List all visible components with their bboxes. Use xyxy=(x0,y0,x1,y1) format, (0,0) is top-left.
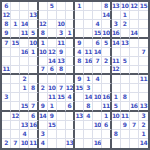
cell-r3c6[interactable] xyxy=(48,20,57,29)
cell-r5c9-given[interactable]: 9 xyxy=(75,39,84,48)
cell-r2c14-given[interactable]: 1 xyxy=(121,11,130,20)
cell-r15c1[interactable] xyxy=(2,130,11,139)
cell-r15c14[interactable] xyxy=(121,130,130,139)
cell-r16c6[interactable] xyxy=(48,139,57,148)
cell-r5c4-given[interactable]: 10 xyxy=(29,39,38,48)
cell-r4c7-given[interactable]: 3 xyxy=(57,29,66,38)
cell-r6c10-given[interactable]: 11 xyxy=(84,48,93,57)
cell-r14c6-given[interactable]: 15 xyxy=(48,121,57,130)
cell-r9c16-given[interactable]: 11 xyxy=(139,75,148,84)
sudoku-board: 6518131012151213141811412104329115831151… xyxy=(0,0,150,150)
cell-r12c1[interactable] xyxy=(2,102,11,111)
cell-r2c16[interactable] xyxy=(139,11,148,20)
cell-r6c14[interactable] xyxy=(121,48,130,57)
cell-r5c7-given[interactable]: 11 xyxy=(57,39,66,48)
cell-r12c5-given[interactable]: 9 xyxy=(39,102,48,111)
cell-r6c7-given[interactable]: 9 xyxy=(57,48,66,57)
cell-r6c2[interactable] xyxy=(11,48,20,57)
cell-r10c2[interactable] xyxy=(11,84,20,93)
cell-r8c5-given[interactable]: 7 xyxy=(39,66,48,75)
cell-r2c4-given[interactable]: 13 xyxy=(29,11,38,20)
cell-r1c12-given[interactable]: 8 xyxy=(102,2,111,11)
cell-r16c11-given[interactable]: 16 xyxy=(93,139,102,148)
cell-r6c8[interactable] xyxy=(66,48,75,57)
cell-r1c2[interactable] xyxy=(11,2,20,11)
cell-r15c9[interactable] xyxy=(75,130,84,139)
cell-r9c10-given[interactable]: 1 xyxy=(84,75,93,84)
cell-r15c12[interactable] xyxy=(102,130,111,139)
cell-r15c3-given[interactable]: 4 xyxy=(20,130,29,139)
cell-r8c2[interactable] xyxy=(11,66,20,75)
cell-r10c8-given[interactable]: 12 xyxy=(66,84,75,93)
cell-r4c10[interactable] xyxy=(84,29,93,38)
cell-r7c14-given[interactable]: 5 xyxy=(121,57,130,66)
cell-r13c2-given[interactable]: 12 xyxy=(11,112,20,121)
cell-r14c4-given[interactable]: 16 xyxy=(29,121,38,130)
cell-r6c4-given[interactable]: 1 xyxy=(29,48,38,57)
cell-r11c1-given[interactable]: 3 xyxy=(2,93,11,102)
cell-r11c2[interactable] xyxy=(11,93,20,102)
cell-r5c15[interactable] xyxy=(130,39,139,48)
cell-r13c15[interactable] xyxy=(130,112,139,121)
cell-r11c4[interactable] xyxy=(29,93,38,102)
cell-r1c16-given[interactable]: 15 xyxy=(139,2,148,11)
cell-r2c5[interactable] xyxy=(39,11,48,20)
cell-r7c1[interactable] xyxy=(2,57,11,66)
cell-r6c9-given[interactable]: 4 xyxy=(75,48,84,57)
cell-r14c15-given[interactable]: 7 xyxy=(130,121,139,130)
cell-r12c10-given[interactable]: 8 xyxy=(84,102,93,111)
cell-r10c16[interactable] xyxy=(139,84,148,93)
cell-r3c13-given[interactable]: 3 xyxy=(112,20,121,29)
cell-r16c4-given[interactable]: 11 xyxy=(29,139,38,148)
cell-r1c8[interactable] xyxy=(66,2,75,11)
cell-r10c9-given[interactable]: 15 xyxy=(75,84,84,93)
cell-r12c14[interactable] xyxy=(121,102,130,111)
cell-r2c11[interactable] xyxy=(93,11,102,20)
cell-r4c16[interactable] xyxy=(139,29,148,38)
cell-r6c12[interactable] xyxy=(102,48,111,57)
cell-r8c1-given[interactable]: 11 xyxy=(2,66,11,75)
cell-r6c1[interactable] xyxy=(2,48,11,57)
cell-r3c16[interactable] xyxy=(139,20,148,29)
cell-r16c15[interactable] xyxy=(130,139,139,148)
cell-r6c5-given[interactable]: 10 xyxy=(39,48,48,57)
cell-r1c14-given[interactable]: 10 xyxy=(121,2,130,11)
cell-r15c11[interactable] xyxy=(93,130,102,139)
cell-r1c11[interactable] xyxy=(93,2,102,11)
cell-r12c4-given[interactable]: 7 xyxy=(29,102,38,111)
cell-r13c8[interactable] xyxy=(66,112,75,121)
cell-r15c10[interactable] xyxy=(84,130,93,139)
cell-r6c3-given[interactable]: 16 xyxy=(20,48,29,57)
cell-r9c8[interactable] xyxy=(66,75,75,84)
cell-r3c1-given[interactable]: 8 xyxy=(2,20,11,29)
cell-r7c13-given[interactable]: 11 xyxy=(112,57,121,66)
cell-r4c2[interactable] xyxy=(11,29,20,38)
cell-r10c11[interactable] xyxy=(93,84,102,93)
cell-r10c10-given[interactable]: 3 xyxy=(84,84,93,93)
cell-r3c7-given[interactable]: 10 xyxy=(57,20,66,29)
cell-r4c4-given[interactable]: 5 xyxy=(29,29,38,38)
cell-r2c10[interactable] xyxy=(84,11,93,20)
cell-r11c11-given[interactable]: 10 xyxy=(93,93,102,102)
cell-r6c13[interactable] xyxy=(112,48,121,57)
cell-r12c3-given[interactable]: 15 xyxy=(20,102,29,111)
cell-r8c4[interactable] xyxy=(29,66,38,75)
cell-r12c2[interactable] xyxy=(11,102,20,111)
cell-r14c12-given[interactable]: 6 xyxy=(102,121,111,130)
cell-r14c13[interactable] xyxy=(112,121,121,130)
cell-r13c12-given[interactable]: 1 xyxy=(102,112,111,121)
cell-r12c8-given[interactable]: 6 xyxy=(66,102,75,111)
cell-r5c3[interactable] xyxy=(20,39,29,48)
cell-r12c12-given[interactable]: 11 xyxy=(102,102,111,111)
cell-r1c9-given[interactable]: 1 xyxy=(75,2,84,11)
cell-r3c3-given[interactable]: 14 xyxy=(20,20,29,29)
cell-r7c5[interactable] xyxy=(39,57,48,66)
cell-r4c9[interactable] xyxy=(75,29,84,38)
cell-r12c6-given[interactable]: 1 xyxy=(48,102,57,111)
cell-r1c15-given[interactable]: 12 xyxy=(130,2,139,11)
cell-r16c7[interactable] xyxy=(57,139,66,148)
cell-r3c4[interactable] xyxy=(29,20,38,29)
cell-r14c1[interactable] xyxy=(2,121,11,130)
cell-r7c2[interactable] xyxy=(11,57,20,66)
cell-r5c8[interactable] xyxy=(66,39,75,48)
cell-r14c2[interactable] xyxy=(11,121,20,130)
cell-r2c9[interactable] xyxy=(75,11,84,20)
cell-r10c3-given[interactable]: 1 xyxy=(20,84,29,93)
cell-r9c1[interactable] xyxy=(2,75,11,84)
cell-r2c15[interactable] xyxy=(130,11,139,20)
cell-r14c8[interactable] xyxy=(66,121,75,130)
cell-r16c2-given[interactable]: 7 xyxy=(11,139,20,148)
cell-r14c5[interactable] xyxy=(39,121,48,130)
cell-r14c16-given[interactable]: 2 xyxy=(139,121,148,130)
cell-r12c7[interactable] xyxy=(57,102,66,111)
cell-r11c10-given[interactable]: 14 xyxy=(84,93,93,102)
cell-r3c11-given[interactable]: 4 xyxy=(93,20,102,29)
cell-r8c16[interactable] xyxy=(139,66,148,75)
cell-r6c15[interactable] xyxy=(130,48,139,57)
cell-r1c7[interactable] xyxy=(57,2,66,11)
cell-r7c3[interactable] xyxy=(20,57,29,66)
cell-r15c15[interactable] xyxy=(130,130,139,139)
cell-r3c12[interactable] xyxy=(102,20,111,29)
cell-r1c6-given[interactable]: 5 xyxy=(48,2,57,11)
cell-r3c5-given[interactable]: 12 xyxy=(39,20,48,29)
cell-r1c10[interactable] xyxy=(84,2,93,11)
cell-r7c10-given[interactable]: 16 xyxy=(84,57,93,66)
cell-r7c9-given[interactable]: 8 xyxy=(75,57,84,66)
cell-r10c7-given[interactable]: 7 xyxy=(57,84,66,93)
cell-r11c8-given[interactable]: 4 xyxy=(66,93,75,102)
cell-r1c3[interactable] xyxy=(20,2,29,11)
cell-r5c10[interactable] xyxy=(84,39,93,48)
cell-r4c15-given[interactable]: 14 xyxy=(130,29,139,38)
cell-r12c13-given[interactable]: 5 xyxy=(112,102,121,111)
cell-r16c12[interactable] xyxy=(102,139,111,148)
cell-r5c5-given[interactable]: 1 xyxy=(39,39,48,48)
cell-r13c13-given[interactable]: 10 xyxy=(112,112,121,121)
cell-r4c11-given[interactable]: 15 xyxy=(93,29,102,38)
cell-r11c3[interactable] xyxy=(20,93,29,102)
cell-r4c13-given[interactable]: 16 xyxy=(112,29,121,38)
cell-r14c10[interactable] xyxy=(84,121,93,130)
cell-r9c9-given[interactable]: 9 xyxy=(75,75,84,84)
cell-r7c6-given[interactable]: 14 xyxy=(48,57,57,66)
cell-r4c5-given[interactable]: 8 xyxy=(39,29,48,38)
cell-r2c8[interactable] xyxy=(66,11,75,20)
cell-r2c7[interactable] xyxy=(57,11,66,20)
cell-r13c9-given[interactable]: 13 xyxy=(75,112,84,121)
cell-r6c11-given[interactable]: 14 xyxy=(93,48,102,57)
cell-r15c7[interactable] xyxy=(57,130,66,139)
cell-r2c13[interactable] xyxy=(112,11,121,20)
cell-r13c4-given[interactable]: 6 xyxy=(29,112,38,121)
cell-r13c16-given[interactable]: 3 xyxy=(139,112,148,121)
cell-r4c3-given[interactable]: 11 xyxy=(20,29,29,38)
cell-r16c10[interactable] xyxy=(84,139,93,148)
cell-r10c6-given[interactable]: 10 xyxy=(48,84,57,93)
cell-r9c15[interactable] xyxy=(130,75,139,84)
cell-r14c11-given[interactable]: 10 xyxy=(93,121,102,130)
cell-r11c5[interactable] xyxy=(39,93,48,102)
cell-r13c1[interactable] xyxy=(2,112,11,121)
cell-r12c15-given[interactable]: 16 xyxy=(130,102,139,111)
cell-r10c12[interactable] xyxy=(102,84,111,93)
cell-r1c4[interactable] xyxy=(29,2,38,11)
cell-r10c4-given[interactable]: 8 xyxy=(29,84,38,93)
cell-r11c16[interactable] xyxy=(139,93,148,102)
cell-r16c14[interactable] xyxy=(121,139,130,148)
cell-r8c14[interactable] xyxy=(121,66,130,75)
cell-r11c12-given[interactable]: 16 xyxy=(102,93,111,102)
cell-r9c14[interactable] xyxy=(121,75,130,84)
cell-r6c6-given[interactable]: 12 xyxy=(48,48,57,57)
cell-r15c2[interactable] xyxy=(11,130,20,139)
cell-r8c12[interactable] xyxy=(102,66,111,75)
cell-r12c9[interactable] xyxy=(75,102,84,111)
cell-r15c6[interactable] xyxy=(48,130,57,139)
cell-r15c16-given[interactable]: 1 xyxy=(139,130,148,139)
cell-r14c9[interactable] xyxy=(75,121,84,130)
cell-r3c8[interactable] xyxy=(66,20,75,29)
cell-r8c7-given[interactable]: 8 xyxy=(57,66,66,75)
cell-r9c7[interactable] xyxy=(57,75,66,84)
cell-r10c14[interactable] xyxy=(121,84,130,93)
cell-r5c13-given[interactable]: 14 xyxy=(112,39,121,48)
cell-r7c7-given[interactable]: 13 xyxy=(57,57,66,66)
cell-r10c5-given[interactable]: 2 xyxy=(39,84,48,93)
cell-r3c14-given[interactable]: 2 xyxy=(121,20,130,29)
cell-r3c9[interactable] xyxy=(75,20,84,29)
cell-r7c15[interactable] xyxy=(130,57,139,66)
cell-r5c1-given[interactable]: 7 xyxy=(2,39,11,48)
cell-r2c6[interactable] xyxy=(48,11,57,20)
cell-r6c16-given[interactable]: 7 xyxy=(139,48,148,57)
cell-r16c16-given[interactable]: 14 xyxy=(139,139,148,148)
cell-r13c10-given[interactable]: 4 xyxy=(84,112,93,121)
cell-r7c4[interactable] xyxy=(29,57,38,66)
cell-r1c5[interactable] xyxy=(39,2,48,11)
cell-r9c11-given[interactable]: 4 xyxy=(93,75,102,84)
cell-r13c14-given[interactable]: 11 xyxy=(121,112,130,121)
cell-r4c1-given[interactable]: 9 xyxy=(2,29,11,38)
cell-r9c4[interactable] xyxy=(29,75,38,84)
cell-r7c16[interactable] xyxy=(139,57,148,66)
cell-r7c12-given[interactable]: 2 xyxy=(102,57,111,66)
cell-r16c9[interactable] xyxy=(75,139,84,148)
cell-r3c10[interactable] xyxy=(84,20,93,29)
cell-r3c15[interactable] xyxy=(130,20,139,29)
cell-r12c16-given[interactable]: 13 xyxy=(139,102,148,111)
cell-r2c1-given[interactable]: 12 xyxy=(2,11,11,20)
cell-r8c3[interactable] xyxy=(20,66,29,75)
cell-r11c7-given[interactable]: 15 xyxy=(57,93,66,102)
cell-r1c1-given[interactable]: 6 xyxy=(2,2,11,11)
cell-r2c2[interactable] xyxy=(11,11,20,20)
cell-r5c6[interactable] xyxy=(48,39,57,48)
cell-r4c12-given[interactable]: 10 xyxy=(102,29,111,38)
cell-r12c11[interactable] xyxy=(93,102,102,111)
cell-r13c7[interactable] xyxy=(57,112,66,121)
cell-r5c12-given[interactable]: 5 xyxy=(102,39,111,48)
cell-r1c13-given[interactable]: 13 xyxy=(112,2,121,11)
cell-r16c13[interactable] xyxy=(112,139,121,148)
cell-r11c14-given[interactable]: 8 xyxy=(121,93,130,102)
cell-r8c6-given[interactable]: 6 xyxy=(48,66,57,75)
cell-r4c8-given[interactable]: 1 xyxy=(66,29,75,38)
cell-r5c14-given[interactable]: 13 xyxy=(121,39,130,48)
cell-r14c3-given[interactable]: 13 xyxy=(20,121,29,130)
cell-r8c13-given[interactable]: 12 xyxy=(112,66,121,75)
cell-r11c9[interactable] xyxy=(75,93,84,102)
cell-r15c13-given[interactable]: 8 xyxy=(112,130,121,139)
cell-r11c13-given[interactable]: 1 xyxy=(112,93,121,102)
cell-r16c5-given[interactable]: 4 xyxy=(39,139,48,148)
cell-r15c4[interactable] xyxy=(29,130,38,139)
cell-r9c3-given[interactable]: 2 xyxy=(20,75,29,84)
cell-r16c3-given[interactable]: 10 xyxy=(20,139,29,148)
cell-r16c1-given[interactable]: 2 xyxy=(2,139,11,148)
cell-r13c3[interactable] xyxy=(20,112,29,121)
cell-r4c14[interactable] xyxy=(121,29,130,38)
cell-r5c2-given[interactable]: 15 xyxy=(11,39,20,48)
cell-r5c16[interactable] xyxy=(139,39,148,48)
cell-r7c8[interactable] xyxy=(66,57,75,66)
cell-r14c7[interactable] xyxy=(57,121,66,130)
cell-r5c11-given[interactable]: 6 xyxy=(93,39,102,48)
cell-r16c8-given[interactable]: 13 xyxy=(66,139,75,148)
cell-r2c12-given[interactable]: 14 xyxy=(102,11,111,20)
cell-r8c9[interactable] xyxy=(75,66,84,75)
cell-r14c14-given[interactable]: 9 xyxy=(121,121,130,130)
cell-r11c6-given[interactable]: 11 xyxy=(48,93,57,102)
cell-r2c3[interactable] xyxy=(20,11,29,20)
cell-r3c2-given[interactable]: 1 xyxy=(11,20,20,29)
cell-r9c2[interactable] xyxy=(11,75,20,84)
cell-r13c6-given[interactable]: 9 xyxy=(48,112,57,121)
cell-r15c8[interactable] xyxy=(66,130,75,139)
cell-r8c11[interactable] xyxy=(93,66,102,75)
cell-r8c10[interactable] xyxy=(84,66,93,75)
cell-r10c15[interactable] xyxy=(130,84,139,93)
cell-r10c1[interactable] xyxy=(2,84,11,93)
cell-r15c5-given[interactable]: 3 xyxy=(39,130,48,139)
cell-r7c11-given[interactable]: 7 xyxy=(93,57,102,66)
sudoku-page: 6518131012151213141811412104329115831151… xyxy=(0,0,150,150)
cell-r9c13[interactable] xyxy=(112,75,121,84)
cell-r9c6[interactable] xyxy=(48,75,57,84)
cell-r8c8[interactable] xyxy=(66,66,75,75)
cell-r9c12[interactable] xyxy=(102,75,111,84)
cell-r9c5[interactable] xyxy=(39,75,48,84)
cell-r8c15[interactable] xyxy=(130,66,139,75)
cell-r11c15[interactable] xyxy=(130,93,139,102)
cell-r4c6[interactable] xyxy=(48,29,57,38)
cell-r13c5-given[interactable]: 14 xyxy=(39,112,48,121)
cell-r13c11[interactable] xyxy=(93,112,102,121)
cell-r10c13[interactable] xyxy=(112,84,121,93)
